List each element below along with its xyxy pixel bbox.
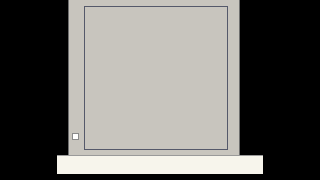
video-frame [0, 0, 320, 180]
chess-board[interactable] [84, 6, 228, 150]
rank-labels-left [69, 6, 84, 148]
caption-panel [57, 155, 263, 174]
rank-labels-right [227, 6, 241, 148]
white-to-move-indicator [72, 133, 79, 140]
chess-board-frame [68, 0, 240, 155]
status-line [57, 156, 263, 162]
